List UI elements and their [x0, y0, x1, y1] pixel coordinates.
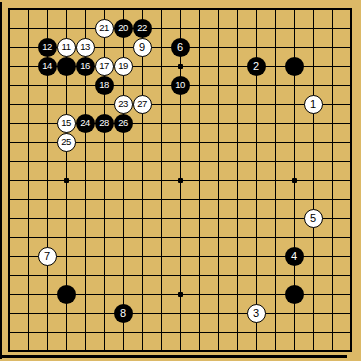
stone-black-26: 26	[114, 114, 133, 133]
stone-black-20: 20	[114, 19, 133, 38]
stone-white-25: 25	[57, 133, 76, 152]
stone-white-27: 27	[133, 95, 152, 114]
stone-black-12: 12	[38, 38, 57, 57]
stone-white-3: 3	[247, 304, 266, 323]
stone-black-14: 14	[38, 57, 57, 76]
stone-black-16: 16	[76, 57, 95, 76]
stone-white-5: 5	[304, 209, 323, 228]
stone-white-7: 7	[38, 247, 57, 266]
go-diagram: 1234567891011121314151617181920212223242…	[0, 0, 361, 361]
stone-white-11: 11	[57, 38, 76, 57]
stone-black-4: 4	[285, 247, 304, 266]
stone-black-2: 2	[247, 57, 266, 76]
stone-black-6: 6	[171, 38, 190, 57]
stone-white-19: 19	[114, 57, 133, 76]
go-board[interactable]: 1234567891011121314151617181920212223242…	[0, 0, 361, 361]
stone-black-10: 10	[171, 76, 190, 95]
stone-white-1: 1	[304, 95, 323, 114]
stone-white-15: 15	[57, 114, 76, 133]
stone-white-13: 13	[76, 38, 95, 57]
stone-white-23: 23	[114, 95, 133, 114]
stone-white-21: 21	[95, 19, 114, 38]
stone-black-handicap	[285, 285, 304, 304]
stone-black-18: 18	[95, 76, 114, 95]
stone-black-24: 24	[76, 114, 95, 133]
stone-black-handicap	[285, 57, 304, 76]
stone-white-9: 9	[133, 38, 152, 57]
stone-black-22: 22	[133, 19, 152, 38]
stone-black-28: 28	[95, 114, 114, 133]
stone-black-handicap	[57, 285, 76, 304]
stone-black-8: 8	[114, 304, 133, 323]
stone-black-handicap	[57, 57, 76, 76]
stone-white-17: 17	[95, 57, 114, 76]
